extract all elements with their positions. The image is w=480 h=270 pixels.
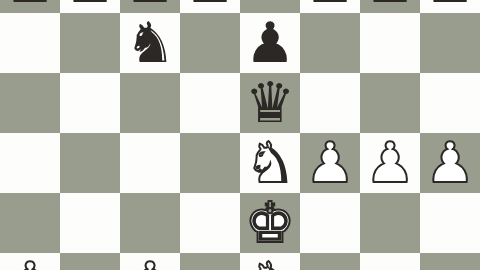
square-g4[interactable]: ♟	[360, 133, 420, 193]
piece-white-knight[interactable]: ♞	[245, 133, 295, 193]
square-b3[interactable]	[60, 193, 120, 253]
square-c4[interactable]	[120, 133, 180, 193]
square-h3[interactable]	[420, 193, 480, 253]
square-c3[interactable]	[120, 193, 180, 253]
square-e6[interactable]: ♟	[240, 13, 300, 73]
square-b4[interactable]	[60, 133, 120, 193]
piece-black-queen[interactable]: ♛	[245, 73, 295, 133]
square-f7[interactable]: ♟	[300, 0, 360, 13]
piece-black-pawn[interactable]: ♟	[425, 0, 475, 13]
square-d6[interactable]	[180, 13, 240, 73]
piece-black-pawn[interactable]: ♟	[305, 0, 355, 13]
square-f4[interactable]: ♟	[300, 133, 360, 193]
square-d5[interactable]	[180, 73, 240, 133]
square-g3[interactable]	[360, 193, 420, 253]
square-c7[interactable]: ♟	[120, 0, 180, 13]
piece-black-pawn[interactable]: ♟	[365, 0, 415, 13]
piece-white-pawn[interactable]: ♟	[425, 133, 475, 193]
square-b7[interactable]: ♟	[60, 0, 120, 13]
square-a6[interactable]	[0, 13, 60, 73]
piece-black-pawn[interactable]: ♟	[125, 0, 175, 13]
piece-black-pawn[interactable]: ♟	[65, 0, 115, 13]
square-f6[interactable]	[300, 13, 360, 73]
square-h4[interactable]: ♟	[420, 133, 480, 193]
square-b2[interactable]	[60, 253, 120, 270]
square-a3[interactable]	[0, 193, 60, 253]
square-e2[interactable]: ♞	[240, 253, 300, 270]
square-h2[interactable]	[420, 253, 480, 270]
square-g6[interactable]	[360, 13, 420, 73]
square-a2[interactable]: ♟	[0, 253, 60, 270]
piece-black-pawn[interactable]: ♟	[5, 0, 55, 13]
square-b6[interactable]	[60, 13, 120, 73]
square-a4[interactable]	[0, 133, 60, 193]
video-frame: ♟♟♟♟♟♟♟♞♟♛♞♟♟♟♚♟♟♞	[0, 0, 480, 270]
square-f3[interactable]	[300, 193, 360, 253]
square-g7[interactable]: ♟	[360, 0, 420, 13]
square-c6[interactable]: ♞	[120, 13, 180, 73]
square-f5[interactable]	[300, 73, 360, 133]
square-a7[interactable]: ♟	[0, 0, 60, 13]
square-e4[interactable]: ♞	[240, 133, 300, 193]
piece-white-pawn[interactable]: ♟	[125, 253, 175, 270]
piece-white-king[interactable]: ♚	[245, 193, 295, 253]
square-g5[interactable]	[360, 73, 420, 133]
square-e3[interactable]: ♚	[240, 193, 300, 253]
square-h5[interactable]	[420, 73, 480, 133]
piece-black-knight[interactable]: ♞	[125, 13, 175, 73]
piece-black-pawn[interactable]: ♟	[185, 0, 235, 13]
square-h6[interactable]	[420, 13, 480, 73]
square-f2[interactable]	[300, 253, 360, 270]
square-a5[interactable]	[0, 73, 60, 133]
piece-white-pawn[interactable]: ♟	[5, 253, 55, 270]
square-h7[interactable]: ♟	[420, 0, 480, 13]
chess-board: ♟♟♟♟♟♟♟♞♟♛♞♟♟♟♚♟♟♞	[0, 0, 480, 270]
square-c5[interactable]	[120, 73, 180, 133]
square-d7[interactable]: ♟	[180, 0, 240, 13]
piece-white-pawn[interactable]: ♟	[305, 133, 355, 193]
piece-white-pawn[interactable]: ♟	[365, 133, 415, 193]
square-d3[interactable]	[180, 193, 240, 253]
square-e5[interactable]: ♛	[240, 73, 300, 133]
square-d2[interactable]	[180, 253, 240, 270]
square-d4[interactable]	[180, 133, 240, 193]
square-b5[interactable]	[60, 73, 120, 133]
square-c2[interactable]: ♟	[120, 253, 180, 270]
square-e7[interactable]	[240, 0, 300, 13]
piece-black-pawn[interactable]: ♟	[245, 13, 295, 73]
square-g2[interactable]	[360, 253, 420, 270]
piece-white-knight[interactable]: ♞	[245, 253, 295, 270]
